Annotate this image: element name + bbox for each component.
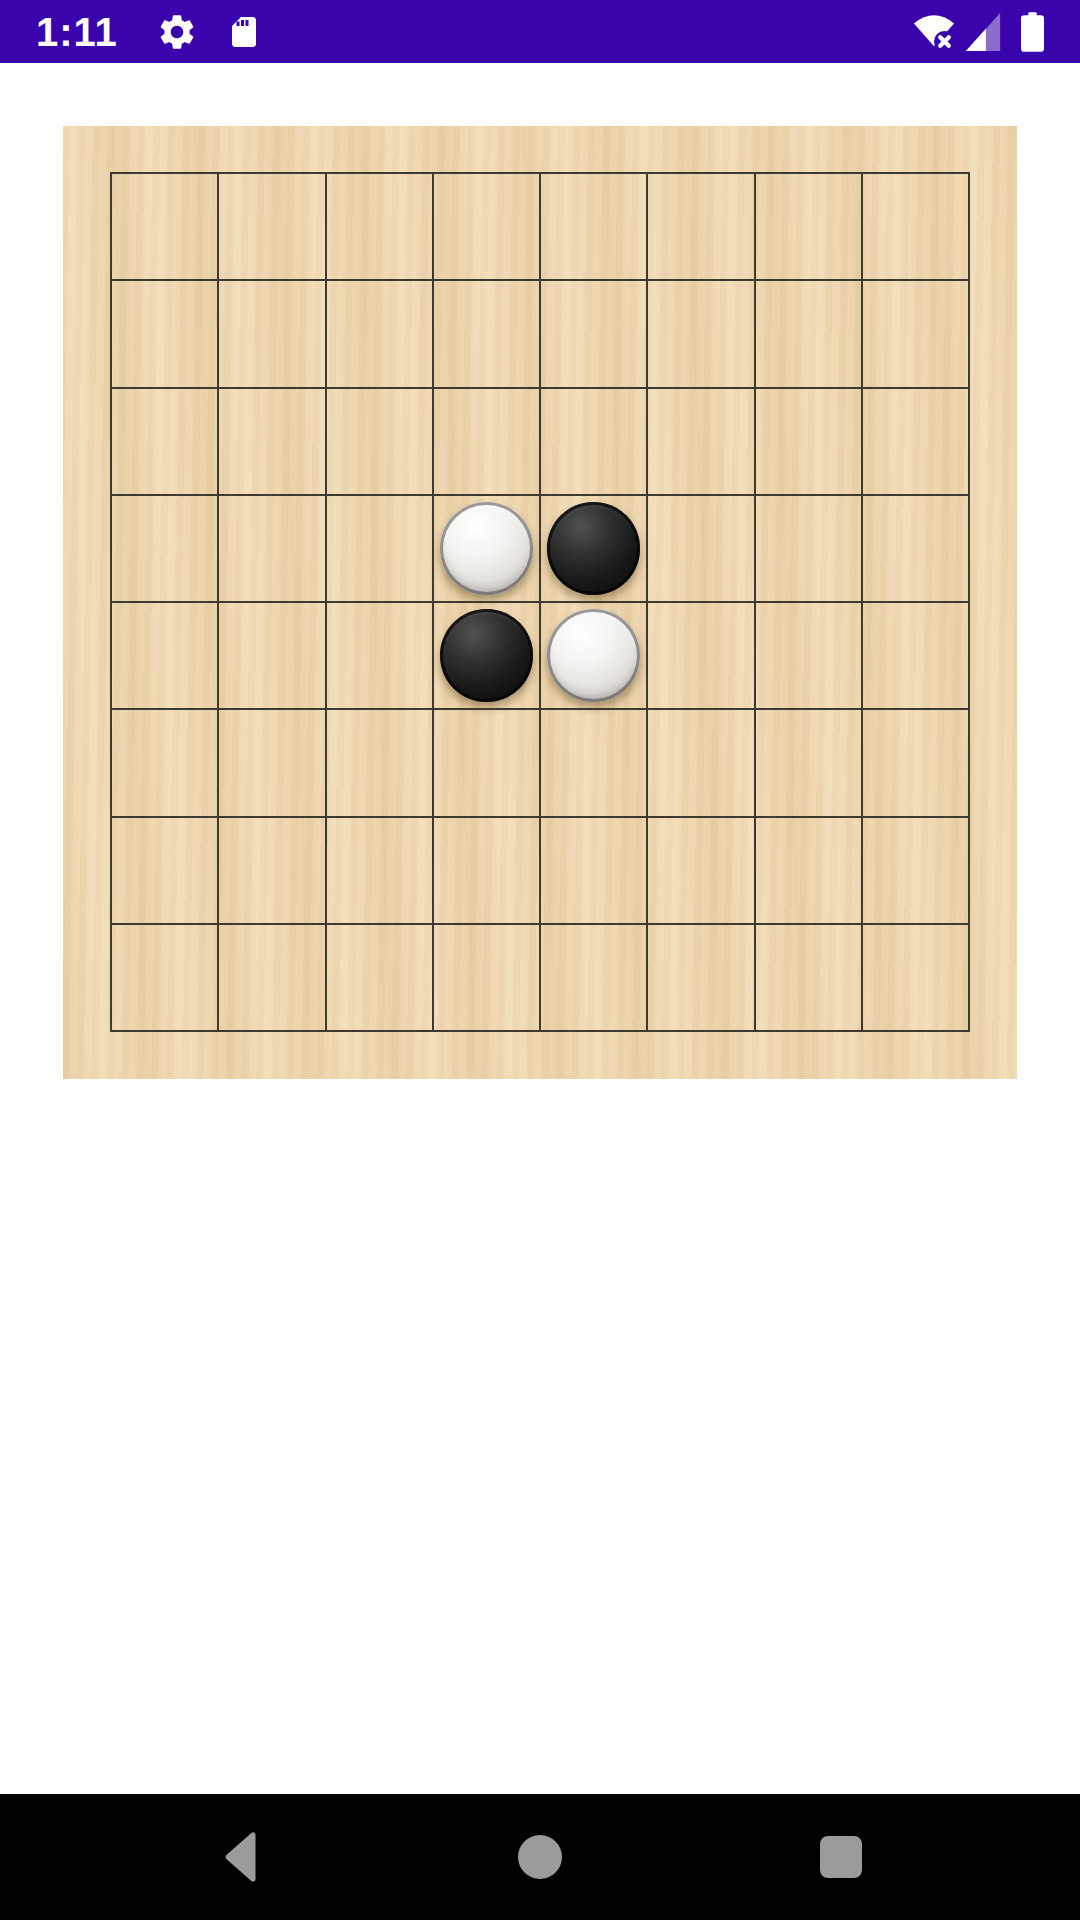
board-cell-e5[interactable]: [540, 602, 647, 709]
board-cell-a3[interactable]: [111, 388, 218, 495]
board-cell-b6[interactable]: [218, 709, 325, 816]
board-cell-c7[interactable]: [326, 817, 433, 924]
board-cell-h1[interactable]: [862, 173, 969, 280]
board-cell-d6[interactable]: [433, 709, 540, 816]
status-bar: 1:11: [0, 0, 1080, 63]
board-cell-h5[interactable]: [862, 602, 969, 709]
settings-gear-icon: [156, 11, 198, 53]
board-cell-e4[interactable]: [540, 495, 647, 602]
sd-card-icon: [226, 11, 262, 53]
board-cell-b1[interactable]: [218, 173, 325, 280]
board-cell-g2[interactable]: [755, 280, 862, 387]
board-cell-f1[interactable]: [647, 173, 754, 280]
board-cell-e7[interactable]: [540, 817, 647, 924]
board-cell-h3[interactable]: [862, 388, 969, 495]
home-circle-icon: [518, 1835, 562, 1879]
board-cell-e1[interactable]: [540, 173, 647, 280]
white-disc-e5: [547, 609, 640, 702]
board-cell-f5[interactable]: [647, 602, 754, 709]
board-cell-b3[interactable]: [218, 388, 325, 495]
board-cell-h6[interactable]: [862, 709, 969, 816]
wifi-off-icon: [911, 11, 957, 53]
board-cell-e6[interactable]: [540, 709, 647, 816]
home-button[interactable]: [480, 1794, 600, 1920]
board-cell-a2[interactable]: [111, 280, 218, 387]
board-cell-c1[interactable]: [326, 173, 433, 280]
recents-square-icon: [820, 1836, 862, 1878]
board-cell-g8[interactable]: [755, 924, 862, 1031]
board-cell-c4[interactable]: [326, 495, 433, 602]
board-cell-a1[interactable]: [111, 173, 218, 280]
board-grid: [110, 172, 970, 1032]
board-cell-f3[interactable]: [647, 388, 754, 495]
board-cell-e8[interactable]: [540, 924, 647, 1031]
board-cell-c3[interactable]: [326, 388, 433, 495]
white-disc-d4: [440, 502, 533, 595]
board-cell-g4[interactable]: [755, 495, 862, 602]
board-cell-a7[interactable]: [111, 817, 218, 924]
othello-board: [63, 126, 1017, 1079]
board-cell-c2[interactable]: [326, 280, 433, 387]
board-cell-a6[interactable]: [111, 709, 218, 816]
board-cell-e2[interactable]: [540, 280, 647, 387]
board-cell-g5[interactable]: [755, 602, 862, 709]
board-cell-e3[interactable]: [540, 388, 647, 495]
board-cell-a4[interactable]: [111, 495, 218, 602]
board-cell-f4[interactable]: [647, 495, 754, 602]
board-cell-h2[interactable]: [862, 280, 969, 387]
back-button[interactable]: [180, 1794, 300, 1920]
clock-text: 1:11: [36, 12, 118, 52]
board-cell-c6[interactable]: [326, 709, 433, 816]
board-cell-f6[interactable]: [647, 709, 754, 816]
board-cell-d2[interactable]: [433, 280, 540, 387]
board-cell-d4[interactable]: [433, 495, 540, 602]
board-cell-d8[interactable]: [433, 924, 540, 1031]
board-cell-b7[interactable]: [218, 817, 325, 924]
board-cell-g7[interactable]: [755, 817, 862, 924]
board-cell-c5[interactable]: [326, 602, 433, 709]
board-cell-d1[interactable]: [433, 173, 540, 280]
board-cell-d5[interactable]: [433, 602, 540, 709]
board-cell-h4[interactable]: [862, 495, 969, 602]
black-disc-d5: [440, 609, 533, 702]
black-disc-e4: [547, 502, 640, 595]
board-cell-b2[interactable]: [218, 280, 325, 387]
board-cell-c8[interactable]: [326, 924, 433, 1031]
board-cell-b8[interactable]: [218, 924, 325, 1031]
board-cell-h7[interactable]: [862, 817, 969, 924]
board-cell-f8[interactable]: [647, 924, 754, 1031]
phone-screen: 1:11: [0, 0, 1080, 1920]
recents-button[interactable]: [781, 1794, 901, 1920]
board-cell-g6[interactable]: [755, 709, 862, 816]
board-cell-f2[interactable]: [647, 280, 754, 387]
board-cell-g3[interactable]: [755, 388, 862, 495]
board-cell-a5[interactable]: [111, 602, 218, 709]
battery-icon: [1021, 12, 1044, 52]
board-cell-h8[interactable]: [862, 924, 969, 1031]
board-cell-d7[interactable]: [433, 817, 540, 924]
board-cell-d3[interactable]: [433, 388, 540, 495]
board-cell-g1[interactable]: [755, 173, 862, 280]
android-nav-bar: [0, 1794, 1080, 1920]
board-cell-b4[interactable]: [218, 495, 325, 602]
cell-signal-icon: [965, 13, 1001, 51]
board-cell-f7[interactable]: [647, 817, 754, 924]
board-cell-a8[interactable]: [111, 924, 218, 1031]
board-cell-b5[interactable]: [218, 602, 325, 709]
